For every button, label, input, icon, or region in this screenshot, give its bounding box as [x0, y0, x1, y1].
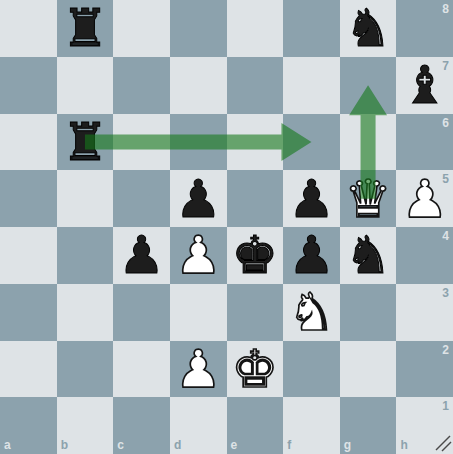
square-a8[interactable] — [0, 0, 57, 57]
square-d3[interactable] — [170, 284, 227, 341]
square-a3[interactable] — [0, 284, 57, 341]
square-e5[interactable] — [227, 170, 284, 227]
rank-label-3: 3 — [442, 287, 449, 299]
square-c8[interactable] — [113, 0, 170, 57]
square-d8[interactable] — [170, 0, 227, 57]
square-a2[interactable] — [0, 341, 57, 398]
square-d2[interactable]: ♟ — [170, 341, 227, 398]
square-a6[interactable] — [0, 114, 57, 171]
square-d7[interactable] — [170, 57, 227, 114]
square-g7[interactable] — [340, 57, 397, 114]
square-h4[interactable]: 4 — [396, 227, 453, 284]
square-c6[interactable] — [113, 114, 170, 171]
square-g6[interactable] — [340, 114, 397, 171]
file-label-f: f — [287, 439, 291, 451]
black-rook[interactable]: ♜ — [62, 116, 109, 168]
square-g5[interactable]: ♛ — [340, 170, 397, 227]
square-f8[interactable] — [283, 0, 340, 57]
square-g8[interactable]: ♞ — [340, 0, 397, 57]
square-h3[interactable]: 3 — [396, 284, 453, 341]
square-g1[interactable]: g — [340, 397, 397, 454]
square-e3[interactable] — [227, 284, 284, 341]
square-h2[interactable]: 2 — [396, 341, 453, 398]
square-g4[interactable]: ♞ — [340, 227, 397, 284]
file-label-d: d — [174, 439, 181, 451]
black-pawn[interactable]: ♟ — [288, 229, 335, 281]
black-king[interactable]: ♚ — [232, 229, 279, 281]
black-pawn[interactable]: ♟ — [175, 173, 222, 225]
square-c4[interactable]: ♟ — [113, 227, 170, 284]
square-e6[interactable] — [227, 114, 284, 171]
square-b3[interactable] — [57, 284, 114, 341]
square-f7[interactable] — [283, 57, 340, 114]
square-f4[interactable]: ♟ — [283, 227, 340, 284]
square-b7[interactable] — [57, 57, 114, 114]
square-a4[interactable] — [0, 227, 57, 284]
white-queen[interactable]: ♛ — [345, 173, 392, 225]
square-b8[interactable]: ♜ — [57, 0, 114, 57]
square-h7[interactable]: ♝7 — [396, 57, 453, 114]
black-bishop[interactable]: ♝ — [401, 59, 448, 111]
square-c2[interactable] — [113, 341, 170, 398]
square-e1[interactable]: e — [227, 397, 284, 454]
white-king[interactable]: ♚ — [232, 343, 279, 395]
square-c1[interactable]: c — [113, 397, 170, 454]
square-h8[interactable]: 8 — [396, 0, 453, 57]
square-h5[interactable]: ♟5 — [396, 170, 453, 227]
rank-label-4: 4 — [442, 230, 449, 242]
square-b4[interactable] — [57, 227, 114, 284]
square-c7[interactable] — [113, 57, 170, 114]
square-e4[interactable]: ♚ — [227, 227, 284, 284]
rank-label-6: 6 — [442, 117, 449, 129]
square-h6[interactable]: 6 — [396, 114, 453, 171]
black-rook[interactable]: ♜ — [62, 2, 109, 54]
square-f5[interactable]: ♟ — [283, 170, 340, 227]
square-a5[interactable] — [0, 170, 57, 227]
square-b6[interactable]: ♜ — [57, 114, 114, 171]
square-b2[interactable] — [57, 341, 114, 398]
square-e8[interactable] — [227, 0, 284, 57]
square-e2[interactable]: ♚ — [227, 341, 284, 398]
square-d1[interactable]: d — [170, 397, 227, 454]
square-a1[interactable]: a — [0, 397, 57, 454]
square-g2[interactable] — [340, 341, 397, 398]
square-f1[interactable]: f — [283, 397, 340, 454]
square-d6[interactable] — [170, 114, 227, 171]
square-c5[interactable] — [113, 170, 170, 227]
square-f6[interactable] — [283, 114, 340, 171]
black-pawn[interactable]: ♟ — [288, 173, 335, 225]
black-pawn[interactable]: ♟ — [118, 229, 165, 281]
white-pawn[interactable]: ♟ — [175, 229, 222, 281]
file-label-g: g — [344, 439, 351, 451]
rank-label-8: 8 — [442, 3, 449, 15]
file-label-a: a — [4, 439, 11, 451]
white-pawn[interactable]: ♟ — [401, 173, 448, 225]
rank-label-1: 1 — [442, 400, 449, 412]
square-f3[interactable]: ♞ — [283, 284, 340, 341]
square-a7[interactable] — [0, 57, 57, 114]
file-label-e: e — [231, 439, 238, 451]
black-knight[interactable]: ♞ — [345, 229, 392, 281]
square-e7[interactable] — [227, 57, 284, 114]
file-label-h: h — [400, 439, 407, 451]
square-h1[interactable]: h1 — [396, 397, 453, 454]
square-b5[interactable] — [57, 170, 114, 227]
rank-label-2: 2 — [442, 344, 449, 356]
square-c3[interactable] — [113, 284, 170, 341]
black-knight[interactable]: ♞ — [345, 2, 392, 54]
square-d4[interactable]: ♟ — [170, 227, 227, 284]
white-pawn[interactable]: ♟ — [175, 343, 222, 395]
square-g3[interactable] — [340, 284, 397, 341]
square-f2[interactable] — [283, 341, 340, 398]
file-label-b: b — [61, 439, 68, 451]
chess-board: ♜♞8♝7♜6♟♟♛♟5♟♟♚♟♞4♞3♟♚2abcdefgh1 — [0, 0, 453, 454]
file-label-c: c — [117, 439, 124, 451]
white-knight[interactable]: ♞ — [288, 286, 335, 338]
square-b1[interactable]: b — [57, 397, 114, 454]
square-d5[interactable]: ♟ — [170, 170, 227, 227]
